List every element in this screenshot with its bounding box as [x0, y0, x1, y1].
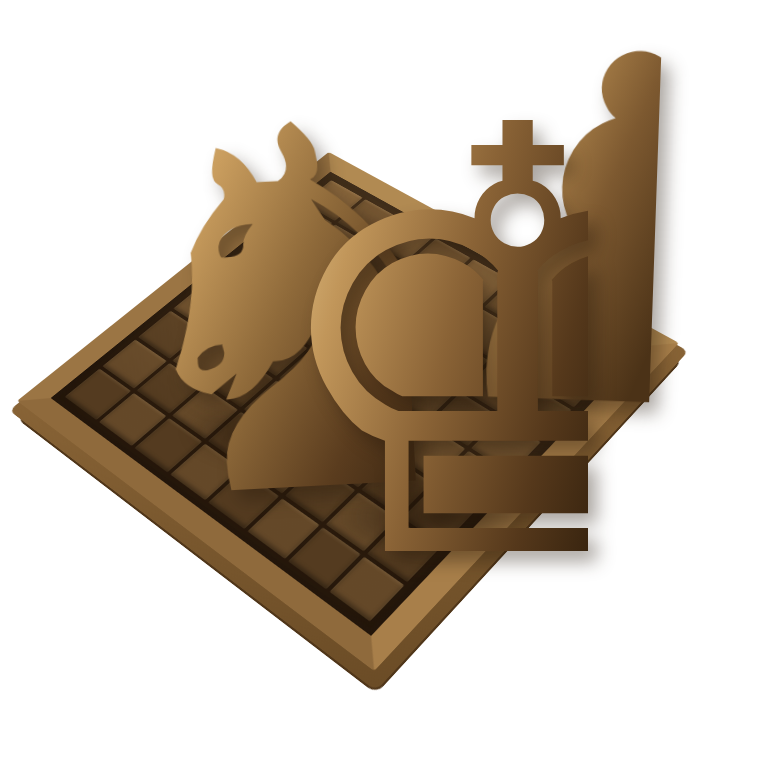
- king-piece: ♚: [253, 52, 588, 642]
- sculpture-photo: ♟ ♞ ♚: [0, 0, 767, 767]
